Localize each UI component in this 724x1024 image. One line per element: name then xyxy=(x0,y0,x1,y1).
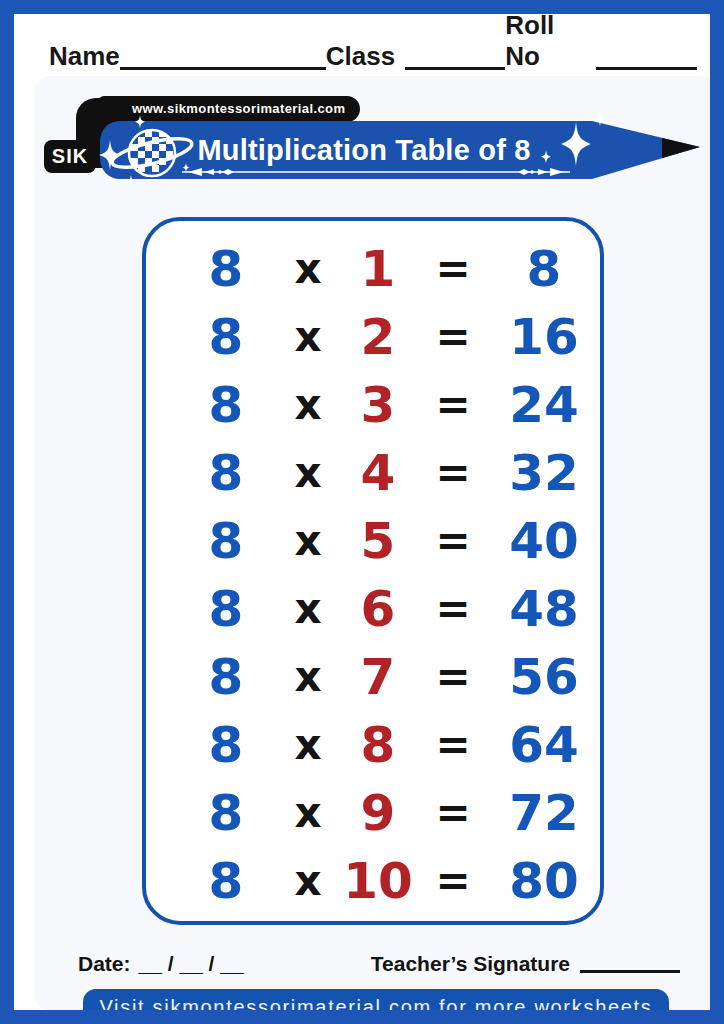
cell-multiplier: 10 xyxy=(343,856,413,906)
roll-blank-line xyxy=(596,66,697,70)
name-field: Name xyxy=(49,41,326,72)
cell-multiplicand: 8 xyxy=(209,244,244,294)
cell-multiplier: 5 xyxy=(361,516,396,566)
table-row: 8x7=56 xyxy=(170,643,600,711)
signature-field: Teacher’s Signature xyxy=(371,952,680,976)
worksheet-page: Name Class Roll No www.sikmontessorimate… xyxy=(0,0,724,1024)
class-blank-line xyxy=(405,66,505,70)
equals-symbol: = xyxy=(435,316,470,358)
signature-blank-line xyxy=(580,969,680,973)
date-blanks: __ / __ / __ xyxy=(139,952,244,976)
equals-symbol: = xyxy=(435,792,470,834)
cell-multiplier: 3 xyxy=(361,380,396,430)
roll-label: Roll No xyxy=(505,10,595,72)
banner-divider-arrows-icon xyxy=(176,165,576,179)
equals-symbol: = xyxy=(435,248,470,290)
table-row: 8x3=24 xyxy=(170,371,600,439)
cell-multiplicand: 8 xyxy=(209,380,244,430)
cell-multiplier: 4 xyxy=(361,448,396,498)
cell-product: 8 xyxy=(527,244,562,294)
table-row: 8x4=32 xyxy=(170,439,600,507)
cell-multiplier: 1 xyxy=(361,244,396,294)
times-symbol: x xyxy=(294,316,321,358)
promo-banner: Visit sikmontessorimaterial.com for more… xyxy=(83,989,669,1024)
table-row: 8x2=16 xyxy=(170,303,600,371)
name-blank-line xyxy=(120,66,326,70)
cell-product: 16 xyxy=(509,312,579,362)
cell-multiplicand: 8 xyxy=(209,720,244,770)
times-symbol: x xyxy=(294,588,321,630)
cell-product: 24 xyxy=(509,380,579,430)
cell-multiplicand: 8 xyxy=(209,516,244,566)
cell-product: 72 xyxy=(509,788,579,838)
table-row: 8x5=40 xyxy=(170,507,600,575)
times-symbol: x xyxy=(294,452,321,494)
times-symbol: x xyxy=(294,248,321,290)
cell-multiplicand: 8 xyxy=(209,856,244,906)
header-fields: Name Class Roll No xyxy=(49,36,697,72)
cell-multiplicand: 8 xyxy=(209,788,244,838)
cell-multiplicand: 8 xyxy=(209,312,244,362)
cell-multiplicand: 8 xyxy=(209,652,244,702)
cell-product: 48 xyxy=(509,584,579,634)
times-symbol: x xyxy=(294,656,321,698)
equals-symbol: = xyxy=(435,656,470,698)
table-row: 8x6=48 xyxy=(170,575,600,643)
table-row: 8x9=72 xyxy=(170,779,600,847)
cell-product: 32 xyxy=(509,448,579,498)
signature-label: Teacher’s Signature xyxy=(371,952,570,976)
times-symbol: x xyxy=(294,724,321,766)
equals-symbol: = xyxy=(435,724,470,766)
equals-symbol: = xyxy=(435,520,470,562)
name-label: Name xyxy=(49,41,120,72)
cell-multiplicand: 8 xyxy=(209,448,244,498)
times-symbol: x xyxy=(294,792,321,834)
equals-symbol: = xyxy=(435,452,470,494)
table-row: 8x8=64 xyxy=(170,711,600,779)
equals-symbol: = xyxy=(435,384,470,426)
cell-multiplicand: 8 xyxy=(209,584,244,634)
date-signature-row: Date: __ / __ / __ Teacher’s Signature xyxy=(78,946,680,976)
class-field: Class xyxy=(326,41,505,72)
table-row: 8x1=8 xyxy=(170,235,600,303)
times-symbol: x xyxy=(294,384,321,426)
cell-multiplier: 6 xyxy=(361,584,396,634)
date-field: Date: __ / __ / __ xyxy=(78,952,244,976)
cell-multiplier: 7 xyxy=(361,652,396,702)
times-symbol: x xyxy=(294,520,321,562)
checkered-planet-logo-icon xyxy=(96,113,204,191)
date-label: Date: xyxy=(78,952,131,976)
cell-product: 56 xyxy=(509,652,579,702)
class-label: Class xyxy=(326,41,395,72)
brand-tab: SIK xyxy=(44,140,96,173)
cell-multiplier: 2 xyxy=(361,312,396,362)
cell-multiplier: 8 xyxy=(361,720,396,770)
roll-field: Roll No xyxy=(505,10,697,72)
cell-product: 64 xyxy=(509,720,579,770)
times-symbol: x xyxy=(294,860,321,902)
equals-symbol: = xyxy=(435,860,470,902)
equals-symbol: = xyxy=(435,588,470,630)
cell-multiplier: 9 xyxy=(361,788,396,838)
cell-product: 40 xyxy=(509,516,579,566)
table-row: 8x10=80 xyxy=(170,847,600,915)
cell-product: 80 xyxy=(509,856,579,906)
table-rows: 8x1=88x2=168x3=248x4=328x5=408x6=488x7=5… xyxy=(170,235,600,915)
multiplication-table-box: 8x1=88x2=168x3=248x4=328x5=408x6=488x7=5… xyxy=(142,217,604,925)
